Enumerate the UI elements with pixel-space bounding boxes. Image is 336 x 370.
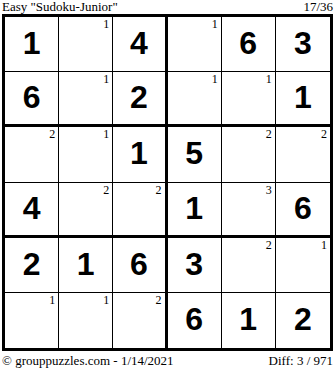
cell-r1c3: 4: [113, 17, 167, 72]
given-digit: 1: [294, 81, 312, 115]
given-digit: 1: [130, 137, 148, 171]
pencil-mark: 1: [103, 127, 109, 141]
cell-r4c4: 1: [168, 183, 222, 238]
cell-r6c1: 1: [5, 293, 59, 348]
cell-r2c1: 6: [5, 72, 59, 127]
cell-r2c4: 1: [168, 72, 222, 127]
cell-r3c3: 1: [113, 127, 167, 182]
cell-r2c2: 1: [59, 72, 113, 127]
cell-r2c3: 2: [113, 72, 167, 127]
given-digit: 4: [130, 27, 148, 61]
cell-r3c6: 2: [276, 127, 330, 182]
given-digit: 3: [185, 248, 203, 282]
cell-r1c2: 1: [59, 17, 113, 72]
pencil-mark: 2: [266, 127, 272, 141]
cell-r5c3: 6: [113, 238, 167, 293]
difficulty-text: Diff: 3 / 971: [269, 354, 333, 367]
cell-r3c5: 2: [222, 127, 276, 182]
cell-r5c4: 3: [168, 238, 222, 293]
cell-r1c6: 3: [276, 17, 330, 72]
cell-r6c4: 6: [168, 293, 222, 348]
pencil-mark: 2: [156, 183, 162, 197]
pencil-mark: 1: [103, 293, 109, 307]
cell-r6c2: 1: [59, 293, 113, 348]
footer: © grouppuzzles.com - 1/14/2021 Diff: 3 /…: [2, 354, 333, 368]
cell-r1c4: 1: [168, 17, 222, 72]
cell-r5c2: 1: [59, 238, 113, 293]
given-digit: 3: [294, 27, 312, 61]
cell-r4c6: 6: [276, 183, 330, 238]
given-digit: 6: [23, 81, 41, 115]
pencil-mark: 1: [212, 17, 218, 31]
pencil-mark: 1: [321, 238, 327, 252]
given-digit: 1: [23, 27, 41, 61]
cell-r3c1: 2: [5, 127, 59, 182]
given-digit: 6: [185, 303, 203, 337]
clue-count: 17/36: [303, 0, 333, 13]
given-digit: 1: [185, 192, 203, 226]
cell-r4c2: 2: [59, 183, 113, 238]
cell-r1c5: 6: [222, 17, 276, 72]
given-digit: 1: [77, 248, 95, 282]
pencil-mark: 2: [156, 293, 162, 307]
cell-r5c1: 2: [5, 238, 59, 293]
pencil-mark: 1: [103, 72, 109, 86]
cell-r4c3: 2: [113, 183, 167, 238]
given-digit: 1: [239, 303, 257, 337]
cell-r4c1: 4: [5, 183, 59, 238]
given-digit: 6: [130, 248, 148, 282]
pencil-mark: 2: [266, 238, 272, 252]
cell-r4c5: 3: [222, 183, 276, 238]
cell-r5c6: 1: [276, 238, 330, 293]
pencil-mark: 1: [103, 17, 109, 31]
pencil-mark: 1: [266, 72, 272, 86]
pencil-mark: 1: [212, 72, 218, 86]
given-digit: 2: [294, 303, 312, 337]
cell-r6c5: 1: [222, 293, 276, 348]
puzzle-title: Easy "Sudoku-Junior": [2, 0, 118, 13]
pencil-mark: 2: [103, 183, 109, 197]
given-digit: 6: [294, 192, 312, 226]
puzzle-page: Easy "Sudoku-Junior" 17/36 1141636121112…: [0, 0, 336, 370]
pencil-mark: 1: [49, 293, 55, 307]
given-digit: 5: [185, 137, 203, 171]
given-digit: 2: [23, 248, 41, 282]
cell-r3c4: 5: [168, 127, 222, 182]
cell-r1c1: 1: [5, 17, 59, 72]
given-digit: 4: [23, 192, 41, 226]
given-digit: 2: [130, 81, 148, 115]
cell-r3c2: 1: [59, 127, 113, 182]
cell-r2c5: 1: [222, 72, 276, 127]
copyright-text: © grouppuzzles.com - 1/14/2021: [2, 354, 174, 367]
given-digit: 6: [239, 27, 257, 61]
pencil-mark: 2: [49, 127, 55, 141]
cell-r5c5: 2: [222, 238, 276, 293]
cell-r2c6: 1: [276, 72, 330, 127]
header: Easy "Sudoku-Junior" 17/36: [2, 0, 333, 13]
pencil-mark: 2: [321, 127, 327, 141]
cell-r6c6: 2: [276, 293, 330, 348]
sudoku-board: 114163612111211522422136216321112612: [2, 14, 333, 351]
pencil-mark: 3: [266, 183, 272, 197]
cell-r6c3: 2: [113, 293, 167, 348]
